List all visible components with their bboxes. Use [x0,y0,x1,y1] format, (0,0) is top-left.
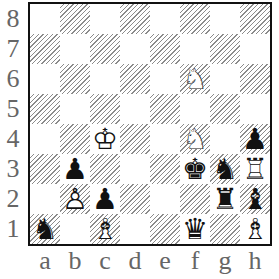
square-d4 [120,124,150,154]
square-h7 [240,34,270,64]
square-g3: ♞♞ [210,154,240,184]
square-a6 [30,64,60,94]
square-b1 [60,214,90,244]
square-b5 [60,94,90,124]
square-b8 [60,4,90,34]
square-e8 [150,4,180,34]
black-pawn-b3: ♟ [60,154,90,184]
square-g5 [210,94,240,124]
square-c4: ♚♔ [90,124,120,154]
file-label-c: c [90,246,120,276]
rank-label-1: 1 [0,214,26,244]
square-d5 [120,94,150,124]
chess-board: ♞♘♚♔♞♘♟♟♟♟♚♚♞♞♜♖♟♙♟♟♜♜♝♝♞♞♝♗♛♛♝♗ [28,2,272,246]
square-a1: ♞♞ [30,214,60,244]
black-pawn-c2: ♟ [90,184,120,214]
square-f4: ♞♘ [180,124,210,154]
chess-diagram: ♞♘♚♔♞♘♟♟♟♟♚♚♞♞♜♖♟♙♟♟♜♜♝♝♞♞♝♗♛♛♝♗ 8765432… [0,0,279,279]
white-knight-f6: ♘ [180,64,210,94]
file-label-d: d [120,246,150,276]
square-e5 [150,94,180,124]
square-f3: ♚♚ [180,154,210,184]
square-g6 [210,64,240,94]
square-a8 [30,4,60,34]
square-d7 [120,34,150,64]
square-a3 [30,154,60,184]
file-label-f: f [180,246,210,276]
file-label-b: b [60,246,90,276]
square-c2: ♟♟ [90,184,120,214]
square-h2: ♝♝ [240,184,270,214]
square-b6 [60,64,90,94]
square-f2 [180,184,210,214]
square-e3 [150,154,180,184]
square-g4 [210,124,240,154]
square-h4: ♟♟ [240,124,270,154]
square-e6 [150,64,180,94]
rank-label-2: 2 [0,184,26,214]
square-e7 [150,34,180,64]
black-rook-g2: ♜ [210,184,240,214]
white-knight-f4: ♘ [180,124,210,154]
file-label-a: a [30,246,60,276]
rank-label-6: 6 [0,64,26,94]
square-g2: ♜♜ [210,184,240,214]
square-h5 [240,94,270,124]
rank-label-5: 5 [0,94,26,124]
square-d8 [120,4,150,34]
square-c3 [90,154,120,184]
file-label-e: e [150,246,180,276]
file-label-h: h [240,246,270,276]
white-bishop-h1: ♗ [240,214,270,244]
square-b4 [60,124,90,154]
square-a5 [30,94,60,124]
square-b7 [60,34,90,64]
square-f1: ♛♛ [180,214,210,244]
black-bishop-h2: ♝ [240,184,270,214]
square-c7 [90,34,120,64]
square-h8 [240,4,270,34]
black-queen-f1: ♛ [180,214,210,244]
square-f5 [180,94,210,124]
white-bishop-c1: ♗ [90,214,120,244]
rank-label-4: 4 [0,124,26,154]
square-g7 [210,34,240,64]
black-pawn-h4: ♟ [240,124,270,154]
rank-label-7: 7 [0,34,26,64]
black-knight-a1: ♞ [30,214,60,244]
rank-label-3: 3 [0,154,26,184]
white-king-c4: ♔ [90,124,120,154]
rank-label-8: 8 [0,4,26,34]
square-c5 [90,94,120,124]
square-b3: ♟♟ [60,154,90,184]
square-a4 [30,124,60,154]
square-d1 [120,214,150,244]
square-f6: ♞♘ [180,64,210,94]
square-b2: ♟♙ [60,184,90,214]
square-d3 [120,154,150,184]
square-e4 [150,124,180,154]
white-pawn-b2: ♙ [60,184,90,214]
black-knight-g3: ♞ [210,154,240,184]
square-c6 [90,64,120,94]
square-f7 [180,34,210,64]
square-e2 [150,184,180,214]
square-h3: ♜♖ [240,154,270,184]
white-rook-h3: ♖ [240,154,270,184]
square-g8 [210,4,240,34]
square-d2 [120,184,150,214]
square-a2 [30,184,60,214]
square-e1 [150,214,180,244]
square-h6 [240,64,270,94]
square-h1: ♝♗ [240,214,270,244]
square-f8 [180,4,210,34]
square-a7 [30,34,60,64]
square-d6 [120,64,150,94]
file-label-g: g [210,246,240,276]
black-king-f3: ♚ [180,154,210,184]
square-c1: ♝♗ [90,214,120,244]
square-g1 [210,214,240,244]
square-c8 [90,4,120,34]
